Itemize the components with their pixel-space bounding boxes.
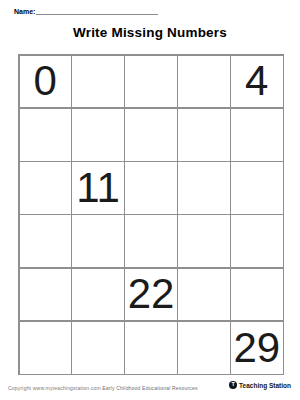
name-row: Name: xyxy=(14,6,158,15)
grid-cell-empty[interactable] xyxy=(72,56,123,108)
grid-cell-empty[interactable] xyxy=(72,269,123,321)
grid-cell-empty[interactable] xyxy=(20,162,71,214)
grid-cell-empty[interactable] xyxy=(231,109,282,161)
grid-cell-empty[interactable] xyxy=(72,322,123,374)
grid-cell-empty[interactable] xyxy=(125,162,176,214)
grid-cell-empty[interactable] xyxy=(231,269,282,321)
grid-cell-empty[interactable] xyxy=(125,322,176,374)
grid-cell-empty[interactable] xyxy=(125,56,176,108)
worksheet-page: Name: Write Missing Numbers 04112229 Cop… xyxy=(0,0,300,400)
grid-cell-empty[interactable] xyxy=(20,322,71,374)
number-grid: 04112229 xyxy=(18,54,284,375)
name-label: Name: xyxy=(14,8,35,15)
grid-cell-empty[interactable] xyxy=(178,322,229,374)
grid-cell-filled: 11 xyxy=(72,162,123,214)
grid-cell-filled: 29 xyxy=(231,322,282,374)
grid-cell-filled: 0 xyxy=(20,56,71,108)
grid-cell-empty[interactable] xyxy=(125,109,176,161)
grid-cell-empty[interactable] xyxy=(178,56,229,108)
grid-cell-empty[interactable] xyxy=(231,162,282,214)
grid-cell-empty[interactable] xyxy=(231,215,282,267)
grid-cell-empty[interactable] xyxy=(20,269,71,321)
grid-cell-empty[interactable] xyxy=(125,215,176,267)
brand-name: Teaching Station xyxy=(239,382,291,389)
grid-cell-empty[interactable] xyxy=(20,215,71,267)
grid-cell-empty[interactable] xyxy=(178,162,229,214)
grid-cell-filled: 4 xyxy=(231,56,282,108)
page-title: Write Missing Numbers xyxy=(0,25,300,40)
brand-logo: T Teaching Station xyxy=(229,381,291,389)
teaching-station-logo-icon: T xyxy=(229,381,237,389)
name-input-line[interactable] xyxy=(36,6,158,15)
grid-cell-empty[interactable] xyxy=(72,215,123,267)
grid-cell-empty[interactable] xyxy=(178,269,229,321)
grid-cell-empty[interactable] xyxy=(72,109,123,161)
grid-cell-empty[interactable] xyxy=(178,215,229,267)
grid-cell-empty[interactable] xyxy=(178,109,229,161)
grid-cell-filled: 22 xyxy=(125,269,176,321)
grid-cell-empty[interactable] xyxy=(20,109,71,161)
